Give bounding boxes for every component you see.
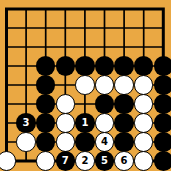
stone-white-E1[interactable]: 2 [75, 151, 95, 171]
stone-black-F1[interactable]: 5 [95, 151, 115, 171]
move-number-label: 2 [81, 156, 88, 166]
stone-black-G4[interactable] [114, 94, 134, 114]
stone-black-J6[interactable] [154, 56, 171, 76]
stone-black-D6[interactable] [56, 56, 76, 76]
move-number-label: 6 [121, 156, 128, 166]
stone-white-F3[interactable] [95, 113, 115, 133]
stone-black-J2[interactable] [154, 132, 171, 152]
stone-black-J4[interactable] [154, 94, 171, 114]
stone-white-H3[interactable] [134, 113, 154, 133]
stone-black-C5[interactable] [36, 75, 56, 95]
stone-black-H6[interactable] [134, 56, 154, 76]
stone-white-E5[interactable] [75, 75, 95, 95]
stone-black-G2[interactable] [114, 132, 134, 152]
stone-white-D4[interactable] [56, 94, 76, 114]
stone-white-D3[interactable] [56, 113, 76, 133]
stone-black-J1[interactable] [154, 151, 171, 171]
stone-black-C3[interactable] [36, 113, 56, 133]
stone-white-H4[interactable] [134, 94, 154, 114]
stone-black-G6[interactable] [114, 56, 134, 76]
stone-black-E6[interactable] [75, 56, 95, 76]
stone-black-J3[interactable] [154, 113, 171, 133]
stone-black-C2[interactable] [36, 132, 56, 152]
stone-black-D1[interactable]: 7 [56, 151, 76, 171]
stone-white-B2[interactable] [16, 132, 36, 152]
stone-white-G5[interactable] [114, 75, 134, 95]
stone-black-C4[interactable] [36, 94, 56, 114]
stone-black-E3[interactable]: 1 [75, 113, 95, 133]
stone-white-G1[interactable]: 6 [114, 151, 134, 171]
stone-white-F5[interactable] [95, 75, 115, 95]
stone-black-B3[interactable]: 3 [16, 113, 36, 133]
stone-white-F2[interactable]: 4 [95, 132, 115, 152]
stone-black-E2[interactable] [75, 132, 95, 152]
move-number-label: 5 [101, 156, 108, 166]
move-number-label: 4 [101, 137, 108, 147]
stone-black-G3[interactable] [114, 113, 134, 133]
stone-white-D2[interactable] [56, 132, 76, 152]
stone-white-H2[interactable] [134, 132, 154, 152]
stone-black-C6[interactable] [36, 56, 56, 76]
stone-white-C1[interactable] [36, 151, 56, 171]
stone-black-F6[interactable] [95, 56, 115, 76]
move-number-label: 1 [81, 118, 88, 128]
go-board[interactable]: 3147256 [0, 0, 171, 171]
stone-black-F4[interactable] [95, 94, 115, 114]
move-number-label: 7 [62, 156, 69, 166]
stone-white-H1[interactable] [134, 151, 154, 171]
stone-white-H5[interactable] [134, 75, 154, 95]
move-number-label: 3 [23, 118, 30, 128]
stone-black-J5[interactable] [154, 75, 171, 95]
